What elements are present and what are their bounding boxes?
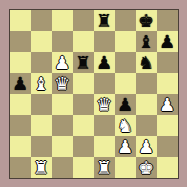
piece-black-king-g8[interactable]: ♚ — [138, 10, 154, 31]
square-a6[interactable] — [10, 52, 31, 73]
piece-white-pawn-g2[interactable]: ♟ — [138, 136, 154, 157]
square-f1[interactable] — [115, 157, 136, 178]
square-e8[interactable]: ♜ — [94, 10, 115, 31]
square-a2[interactable] — [10, 136, 31, 157]
piece-black-pawn-h7[interactable]: ♟ — [159, 31, 175, 52]
piece-white-rook-e1[interactable]: ♜ — [96, 157, 112, 178]
square-d6[interactable]: ♜ — [73, 52, 94, 73]
square-c1[interactable] — [52, 157, 73, 178]
square-b5[interactable]: ♝ — [31, 73, 52, 94]
square-g4[interactable] — [136, 94, 157, 115]
square-a1[interactable] — [10, 157, 31, 178]
board-frame: ♜♚♝♟♟♜♟♞♟♝♛♛♟♟♞♟♟♜♜♚ — [0, 0, 187, 187]
square-a7[interactable] — [10, 31, 31, 52]
piece-white-pawn-h4[interactable]: ♟ — [159, 94, 175, 115]
square-g8[interactable]: ♚ — [136, 10, 157, 31]
square-h4[interactable]: ♟ — [157, 94, 178, 115]
square-b4[interactable] — [31, 94, 52, 115]
square-f2[interactable]: ♟ — [115, 136, 136, 157]
chess-board: ♜♚♝♟♟♜♟♞♟♝♛♛♟♟♞♟♟♜♜♚ — [9, 9, 179, 179]
piece-white-pawn-c6[interactable]: ♟ — [54, 52, 70, 73]
square-g3[interactable] — [136, 115, 157, 136]
square-c3[interactable] — [52, 115, 73, 136]
square-h7[interactable]: ♟ — [157, 31, 178, 52]
piece-white-pawn-f2[interactable]: ♟ — [117, 136, 133, 157]
square-h2[interactable] — [157, 136, 178, 157]
square-e2[interactable] — [94, 136, 115, 157]
piece-white-queen-c5[interactable]: ♛ — [54, 73, 70, 94]
square-h5[interactable] — [157, 73, 178, 94]
square-h3[interactable] — [157, 115, 178, 136]
square-a4[interactable] — [10, 94, 31, 115]
piece-white-king-g1[interactable]: ♚ — [138, 157, 154, 178]
square-d4[interactable] — [73, 94, 94, 115]
square-f4[interactable]: ♟ — [115, 94, 136, 115]
square-c5[interactable]: ♛ — [52, 73, 73, 94]
square-c8[interactable] — [52, 10, 73, 31]
piece-white-knight-f3[interactable]: ♞ — [117, 115, 133, 136]
square-c4[interactable] — [52, 94, 73, 115]
square-c7[interactable] — [52, 31, 73, 52]
square-d5[interactable] — [73, 73, 94, 94]
piece-black-rook-e8[interactable]: ♜ — [96, 10, 112, 31]
piece-black-bishop-g7[interactable]: ♝ — [138, 31, 154, 52]
square-h6[interactable] — [157, 52, 178, 73]
square-d1[interactable] — [73, 157, 94, 178]
square-e3[interactable] — [94, 115, 115, 136]
square-e4[interactable]: ♛ — [94, 94, 115, 115]
piece-black-pawn-a5[interactable]: ♟ — [12, 73, 28, 94]
square-e1[interactable]: ♜ — [94, 157, 115, 178]
square-g6[interactable]: ♞ — [136, 52, 157, 73]
square-g1[interactable]: ♚ — [136, 157, 157, 178]
piece-black-rook-d6[interactable]: ♜ — [75, 52, 91, 73]
square-c6[interactable]: ♟ — [52, 52, 73, 73]
square-h8[interactable] — [157, 10, 178, 31]
piece-white-queen-e4[interactable]: ♛ — [96, 94, 112, 115]
square-e5[interactable] — [94, 73, 115, 94]
square-a8[interactable] — [10, 10, 31, 31]
piece-white-bishop-b5[interactable]: ♝ — [33, 73, 49, 94]
piece-white-rook-b1[interactable]: ♜ — [33, 157, 49, 178]
square-f6[interactable] — [115, 52, 136, 73]
square-a5[interactable]: ♟ — [10, 73, 31, 94]
square-b1[interactable]: ♜ — [31, 157, 52, 178]
square-b3[interactable] — [31, 115, 52, 136]
square-a3[interactable] — [10, 115, 31, 136]
square-b6[interactable] — [31, 52, 52, 73]
square-g7[interactable]: ♝ — [136, 31, 157, 52]
square-f8[interactable] — [115, 10, 136, 31]
square-d3[interactable] — [73, 115, 94, 136]
square-e6[interactable]: ♟ — [94, 52, 115, 73]
square-b2[interactable] — [31, 136, 52, 157]
square-f5[interactable] — [115, 73, 136, 94]
square-g5[interactable] — [136, 73, 157, 94]
square-f7[interactable] — [115, 31, 136, 52]
square-d7[interactable] — [73, 31, 94, 52]
square-f3[interactable]: ♞ — [115, 115, 136, 136]
square-h1[interactable] — [157, 157, 178, 178]
square-e7[interactable] — [94, 31, 115, 52]
square-b7[interactable] — [31, 31, 52, 52]
square-d8[interactable] — [73, 10, 94, 31]
square-c2[interactable] — [52, 136, 73, 157]
square-d2[interactable] — [73, 136, 94, 157]
square-b8[interactable] — [31, 10, 52, 31]
square-g2[interactable]: ♟ — [136, 136, 157, 157]
piece-black-pawn-f4[interactable]: ♟ — [117, 94, 133, 115]
piece-black-knight-g6[interactable]: ♞ — [138, 52, 154, 73]
piece-black-pawn-e6[interactable]: ♟ — [96, 52, 112, 73]
